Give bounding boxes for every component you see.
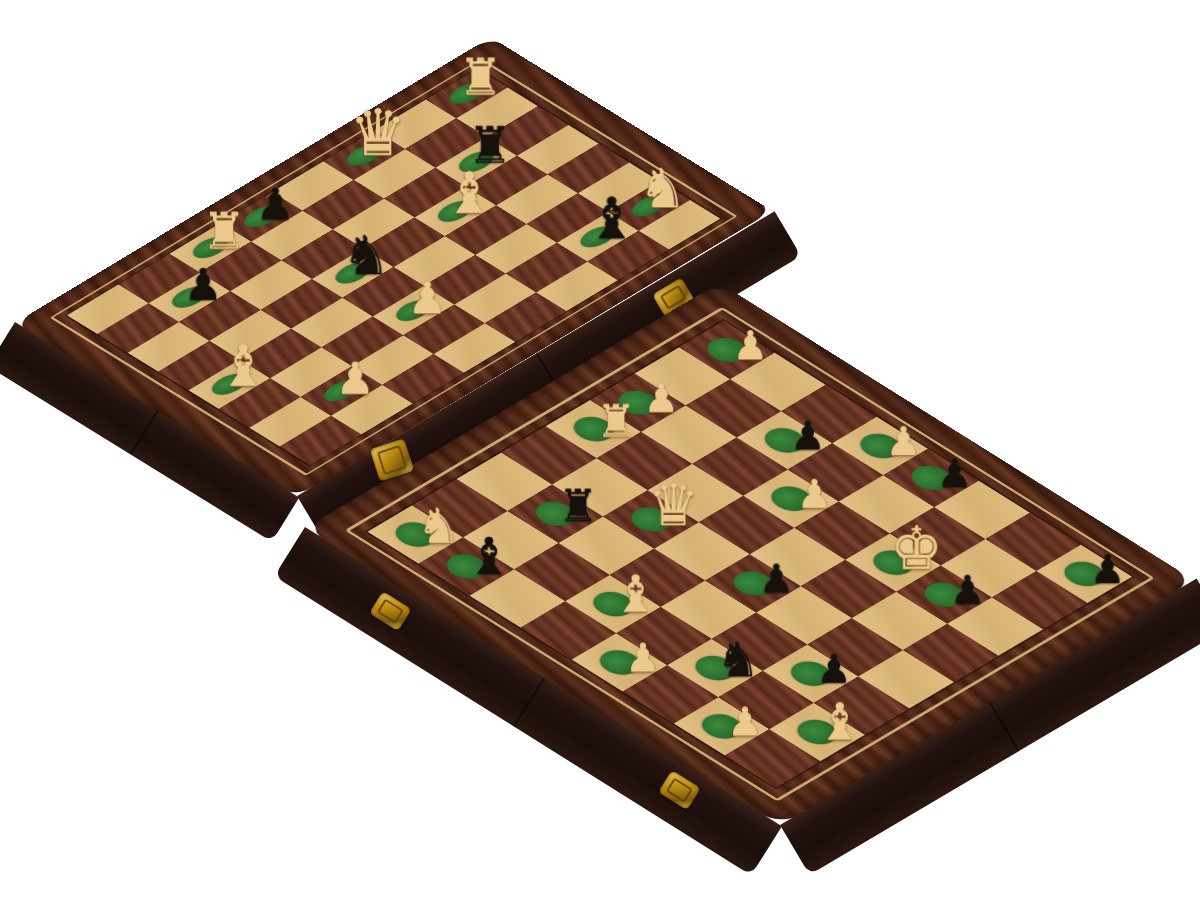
white-bishop[interactable]: ♝ <box>607 570 665 619</box>
white-rook[interactable]: ♜ <box>447 54 513 102</box>
white-pawn[interactable]: ♟ <box>785 475 843 513</box>
black-bishop[interactable]: ♝ <box>579 191 645 245</box>
white-rook[interactable]: ♜ <box>587 401 645 444</box>
white-queen[interactable]: ♛ <box>345 103 411 164</box>
black-rook[interactable]: ♜ <box>549 485 607 528</box>
black-pawn[interactable]: ♟ <box>778 417 836 455</box>
black-knight[interactable]: ♞ <box>709 636 767 682</box>
white-pawn[interactable]: ♟ <box>716 703 774 741</box>
brass-clasp-icon <box>658 770 701 810</box>
white-pawn[interactable]: ♟ <box>613 639 671 677</box>
black-pawn[interactable]: ♟ <box>747 560 805 598</box>
white-bishop[interactable]: ♝ <box>436 166 502 220</box>
black-pawn[interactable]: ♟ <box>170 264 236 306</box>
white-pawn[interactable]: ♟ <box>394 277 460 319</box>
white-bishop[interactable]: ♝ <box>210 339 276 393</box>
white-pawn[interactable]: ♟ <box>874 423 932 461</box>
white-bishop[interactable]: ♝ <box>811 698 869 747</box>
black-bishop[interactable]: ♝ <box>460 532 518 581</box>
product-photo-scene: ♜♟♛♜♟♜♞♝♝♟♟♝♞ ♞♜♟♟♝♜♛♟♝♟♟♟♟♟♞♚♟♟♟♝♟ <box>0 0 1200 900</box>
black-knight[interactable]: ♞ <box>334 230 400 281</box>
black-pawn[interactable]: ♟ <box>805 650 863 688</box>
black-pawn[interactable]: ♟ <box>1078 551 1136 589</box>
white-rook[interactable]: ♜ <box>191 209 257 257</box>
black-pawn[interactable]: ♟ <box>925 455 983 493</box>
brass-clasp-icon <box>369 591 412 631</box>
white-queen[interactable]: ♛ <box>645 479 703 534</box>
white-knight[interactable]: ♞ <box>409 503 467 549</box>
black-pawn[interactable]: ♟ <box>938 571 996 609</box>
white-pawn[interactable]: ♟ <box>322 358 388 400</box>
white-pawn[interactable]: ♟ <box>721 327 779 365</box>
white-king[interactable]: ♚ <box>887 521 945 577</box>
